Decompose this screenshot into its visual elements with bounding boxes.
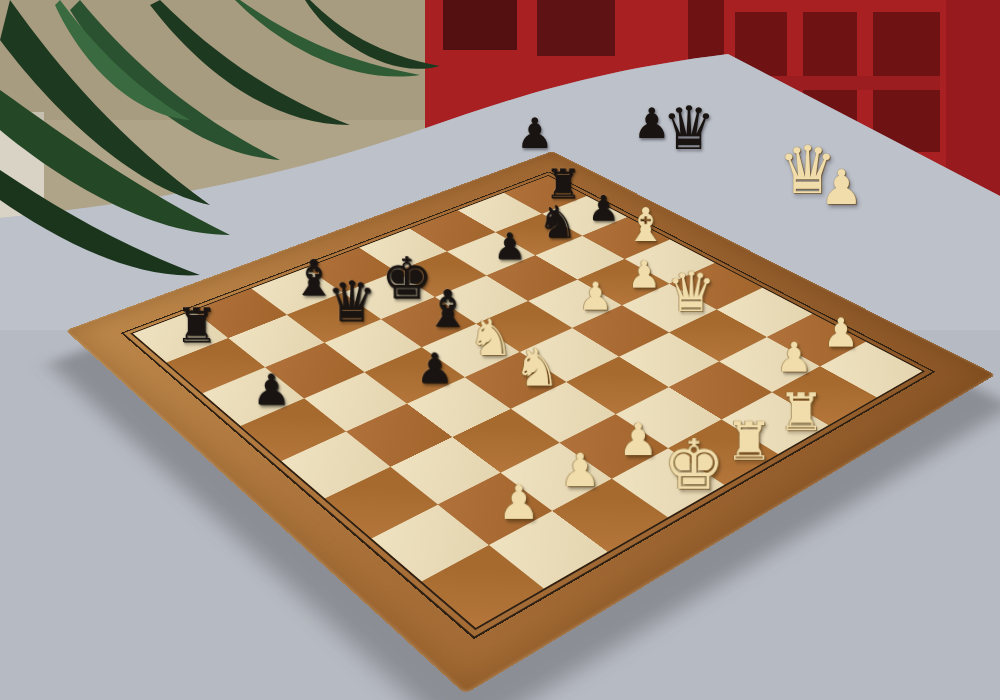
piece-wN-d4[interactable]: ♞: [514, 342, 561, 394]
piece-wR-f1[interactable]: ♜: [778, 386, 825, 438]
piece-wP-g2[interactable]: ♟: [776, 337, 813, 378]
piece-wP-f5[interactable]: ♟: [578, 277, 613, 316]
piece-wR-e1[interactable]: ♜: [725, 414, 773, 468]
piece-bP-f7[interactable]: ♟: [493, 228, 526, 264]
piece-wP-h2[interactable]: ♟: [823, 313, 859, 353]
piece-bP-h7[interactable]: ♟: [588, 191, 619, 226]
piece-wP-b2[interactable]: ♟: [498, 479, 540, 526]
piece-bB-d6[interactable]: ♝: [425, 283, 471, 334]
piece-wP-c2[interactable]: ♟: [560, 447, 601, 493]
piece-bQ-c7[interactable]: ♛: [327, 274, 377, 330]
piece-bN-g7[interactable]: ♞: [538, 200, 578, 244]
captured-black-pawn[interactable]: ♟: [516, 113, 554, 155]
captured-white-pawn[interactable]: ♟: [820, 163, 863, 211]
piece-wK-d1[interactable]: ♚: [663, 430, 725, 499]
piece-wP-g5[interactable]: ♟: [627, 256, 661, 294]
piece-bP-c5[interactable]: ♟: [416, 347, 453, 389]
photo-scene: ♜♝♜♛♚♟♞♟♟♝♝♟♞♟♟♞♛♟♟♟♟♟♚♜♜ ♟♟♛♛♟: [0, 0, 1000, 700]
piece-wP-d2[interactable]: ♟: [618, 417, 658, 462]
piece-wN-d5[interactable]: ♞: [468, 313, 513, 364]
piece-bR-a8[interactable]: ♜: [175, 301, 218, 349]
piece-bP-a6[interactable]: ♟: [252, 368, 290, 410]
piece-wB-h6[interactable]: ♝: [625, 202, 667, 248]
piece-wQ-g4[interactable]: ♛: [667, 265, 716, 320]
chessboard: ♜♝♜♛♚♟♞♟♟♝♝♟♞♟♟♞♛♟♟♟♟♟♚♜♜: [130, 175, 925, 630]
spare-black-queen[interactable]: ♛: [662, 98, 716, 158]
